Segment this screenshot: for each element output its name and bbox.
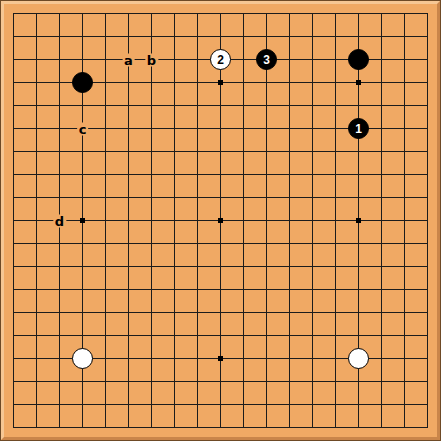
intersection[interactable] (117, 71, 140, 94)
intersection[interactable] (48, 416, 71, 439)
intersection[interactable] (301, 278, 324, 301)
intersection[interactable] (25, 2, 48, 25)
intersection[interactable] (209, 117, 232, 140)
intersection[interactable] (278, 209, 301, 232)
intersection[interactable] (71, 94, 94, 117)
intersection[interactable] (25, 255, 48, 278)
intersection[interactable] (232, 278, 255, 301)
intersection[interactable] (347, 71, 370, 94)
intersection[interactable] (48, 186, 71, 209)
intersection[interactable] (416, 370, 439, 393)
intersection[interactable] (255, 416, 278, 439)
intersection[interactable] (163, 48, 186, 71)
intersection[interactable] (71, 324, 94, 347)
intersection[interactable] (393, 324, 416, 347)
intersection[interactable] (232, 25, 255, 48)
intersection[interactable] (71, 416, 94, 439)
intersection[interactable] (255, 278, 278, 301)
intersection[interactable] (324, 117, 347, 140)
intersection[interactable] (347, 324, 370, 347)
intersection[interactable] (117, 140, 140, 163)
intersection[interactable] (393, 117, 416, 140)
intersection[interactable] (232, 2, 255, 25)
intersection[interactable] (232, 370, 255, 393)
intersection[interactable] (117, 2, 140, 25)
intersection[interactable] (186, 71, 209, 94)
intersection[interactable] (347, 393, 370, 416)
intersection[interactable] (25, 163, 48, 186)
intersection[interactable] (71, 255, 94, 278)
intersection[interactable] (324, 416, 347, 439)
intersection[interactable] (2, 347, 25, 370)
intersection[interactable] (94, 278, 117, 301)
intersection[interactable] (71, 370, 94, 393)
intersection[interactable] (393, 278, 416, 301)
intersection[interactable] (324, 324, 347, 347)
intersection[interactable] (209, 370, 232, 393)
intersection[interactable] (416, 347, 439, 370)
intersection[interactable] (163, 255, 186, 278)
intersection[interactable] (255, 25, 278, 48)
intersection[interactable] (209, 255, 232, 278)
intersection[interactable] (2, 209, 25, 232)
intersection[interactable] (25, 278, 48, 301)
intersection[interactable] (370, 94, 393, 117)
intersection[interactable] (324, 94, 347, 117)
intersection[interactable] (94, 301, 117, 324)
intersection[interactable] (278, 186, 301, 209)
intersection[interactable] (301, 301, 324, 324)
intersection[interactable] (416, 117, 439, 140)
intersection[interactable] (301, 2, 324, 25)
intersection[interactable] (370, 71, 393, 94)
intersection[interactable] (370, 416, 393, 439)
intersection[interactable] (140, 255, 163, 278)
intersection[interactable] (71, 393, 94, 416)
intersection[interactable] (324, 393, 347, 416)
intersection[interactable] (140, 71, 163, 94)
intersection[interactable] (416, 140, 439, 163)
intersection[interactable] (209, 393, 232, 416)
intersection[interactable] (94, 186, 117, 209)
intersection[interactable] (140, 186, 163, 209)
intersection[interactable] (140, 117, 163, 140)
intersection[interactable] (140, 301, 163, 324)
intersection[interactable] (2, 232, 25, 255)
intersection[interactable] (163, 416, 186, 439)
intersection[interactable] (2, 416, 25, 439)
intersection[interactable] (71, 25, 94, 48)
intersection[interactable] (94, 255, 117, 278)
intersection[interactable] (301, 94, 324, 117)
intersection[interactable] (209, 278, 232, 301)
intersection[interactable] (186, 186, 209, 209)
intersection[interactable] (255, 140, 278, 163)
intersection[interactable] (278, 2, 301, 25)
intersection[interactable] (94, 117, 117, 140)
intersection[interactable] (416, 393, 439, 416)
intersection[interactable] (186, 140, 209, 163)
intersection[interactable] (25, 393, 48, 416)
intersection[interactable] (94, 232, 117, 255)
intersection[interactable] (393, 347, 416, 370)
intersection[interactable] (301, 25, 324, 48)
intersection[interactable] (255, 324, 278, 347)
intersection[interactable] (209, 2, 232, 25)
intersection[interactable] (94, 25, 117, 48)
intersection[interactable] (94, 347, 117, 370)
intersection[interactable] (163, 2, 186, 25)
intersection[interactable] (416, 278, 439, 301)
intersection[interactable] (278, 301, 301, 324)
intersection[interactable] (25, 48, 48, 71)
intersection[interactable] (278, 255, 301, 278)
intersection[interactable] (163, 232, 186, 255)
intersection[interactable] (163, 94, 186, 117)
intersection[interactable]: c (71, 117, 94, 140)
intersection[interactable] (278, 117, 301, 140)
intersection[interactable] (2, 71, 25, 94)
intersection[interactable] (324, 25, 347, 48)
intersection[interactable] (232, 186, 255, 209)
intersection[interactable] (278, 393, 301, 416)
intersection[interactable] (278, 94, 301, 117)
intersection[interactable] (416, 186, 439, 209)
intersection[interactable] (370, 278, 393, 301)
intersection[interactable] (232, 393, 255, 416)
intersection[interactable] (232, 163, 255, 186)
intersection[interactable] (186, 301, 209, 324)
intersection[interactable] (140, 2, 163, 25)
intersection[interactable] (347, 2, 370, 25)
intersection[interactable] (278, 370, 301, 393)
intersection[interactable] (232, 48, 255, 71)
intersection[interactable] (2, 25, 25, 48)
intersection[interactable] (186, 347, 209, 370)
intersection[interactable] (255, 347, 278, 370)
intersection[interactable] (71, 2, 94, 25)
intersection[interactable] (347, 163, 370, 186)
intersection[interactable] (94, 2, 117, 25)
intersection[interactable] (232, 416, 255, 439)
intersection[interactable] (186, 393, 209, 416)
intersection[interactable] (232, 140, 255, 163)
intersection[interactable] (2, 301, 25, 324)
intersection[interactable] (71, 71, 94, 94)
intersection[interactable] (370, 255, 393, 278)
intersection[interactable] (324, 209, 347, 232)
intersection[interactable] (140, 163, 163, 186)
intersection[interactable] (347, 347, 370, 370)
intersection[interactable] (301, 232, 324, 255)
intersection[interactable] (2, 117, 25, 140)
intersection[interactable] (301, 209, 324, 232)
intersection[interactable] (117, 163, 140, 186)
intersection[interactable] (163, 209, 186, 232)
intersection[interactable] (2, 94, 25, 117)
intersection[interactable] (255, 117, 278, 140)
intersection[interactable] (25, 232, 48, 255)
intersection[interactable] (117, 347, 140, 370)
intersection[interactable] (232, 324, 255, 347)
intersection[interactable] (255, 232, 278, 255)
intersection[interactable] (324, 347, 347, 370)
intersection[interactable] (232, 71, 255, 94)
intersection[interactable] (347, 94, 370, 117)
intersection[interactable] (186, 48, 209, 71)
intersection[interactable] (278, 324, 301, 347)
intersection[interactable] (209, 71, 232, 94)
intersection[interactable] (186, 2, 209, 25)
intersection[interactable] (393, 71, 416, 94)
intersection[interactable] (186, 117, 209, 140)
intersection[interactable] (301, 117, 324, 140)
intersection[interactable] (140, 347, 163, 370)
intersection[interactable] (94, 163, 117, 186)
intersection[interactable] (71, 140, 94, 163)
intersection[interactable] (140, 140, 163, 163)
intersection[interactable] (209, 140, 232, 163)
intersection[interactable] (416, 71, 439, 94)
intersection[interactable] (301, 370, 324, 393)
intersection[interactable] (94, 209, 117, 232)
intersection[interactable] (347, 48, 370, 71)
intersection[interactable] (416, 2, 439, 25)
intersection[interactable] (71, 48, 94, 71)
intersection[interactable] (209, 324, 232, 347)
intersection[interactable] (232, 94, 255, 117)
intersection[interactable] (117, 255, 140, 278)
intersection[interactable]: a (117, 48, 140, 71)
intersection[interactable] (48, 393, 71, 416)
intersection[interactable] (416, 324, 439, 347)
intersection[interactable] (255, 393, 278, 416)
intersection[interactable] (163, 186, 186, 209)
intersection[interactable] (324, 370, 347, 393)
intersection[interactable] (25, 370, 48, 393)
intersection[interactable] (209, 209, 232, 232)
intersection[interactable] (25, 94, 48, 117)
intersection[interactable] (48, 347, 71, 370)
intersection[interactable] (324, 2, 347, 25)
intersection[interactable] (393, 370, 416, 393)
intersection[interactable] (71, 232, 94, 255)
intersection[interactable]: 3 (255, 48, 278, 71)
intersection[interactable] (25, 25, 48, 48)
intersection[interactable] (94, 416, 117, 439)
intersection[interactable] (48, 25, 71, 48)
intersection[interactable] (209, 347, 232, 370)
intersection[interactable] (347, 278, 370, 301)
intersection[interactable] (186, 232, 209, 255)
intersection[interactable] (301, 163, 324, 186)
intersection[interactable] (163, 71, 186, 94)
intersection[interactable] (301, 255, 324, 278)
intersection[interactable] (48, 324, 71, 347)
intersection[interactable] (347, 416, 370, 439)
intersection[interactable] (209, 25, 232, 48)
intersection[interactable] (71, 278, 94, 301)
intersection[interactable] (370, 186, 393, 209)
intersection[interactable] (301, 71, 324, 94)
intersection[interactable] (255, 186, 278, 209)
intersection[interactable] (48, 117, 71, 140)
intersection[interactable] (25, 416, 48, 439)
intersection[interactable] (416, 416, 439, 439)
intersection[interactable] (117, 94, 140, 117)
intersection[interactable] (94, 393, 117, 416)
intersection[interactable] (163, 163, 186, 186)
intersection[interactable] (2, 255, 25, 278)
intersection[interactable] (163, 347, 186, 370)
intersection[interactable] (140, 278, 163, 301)
intersection[interactable] (232, 347, 255, 370)
intersection[interactable] (347, 232, 370, 255)
intersection[interactable] (25, 117, 48, 140)
intersection[interactable] (209, 94, 232, 117)
intersection[interactable] (71, 163, 94, 186)
intersection[interactable] (48, 232, 71, 255)
intersection[interactable] (140, 94, 163, 117)
intersection[interactable] (232, 209, 255, 232)
intersection[interactable] (278, 347, 301, 370)
intersection[interactable] (71, 347, 94, 370)
intersection[interactable] (416, 232, 439, 255)
intersection[interactable] (25, 71, 48, 94)
intersection[interactable] (255, 370, 278, 393)
intersection[interactable] (278, 278, 301, 301)
intersection[interactable] (25, 209, 48, 232)
intersection[interactable] (209, 232, 232, 255)
intersection[interactable] (232, 255, 255, 278)
intersection[interactable] (117, 278, 140, 301)
intersection[interactable] (370, 2, 393, 25)
intersection[interactable] (209, 301, 232, 324)
intersection[interactable] (48, 370, 71, 393)
intersection[interactable] (324, 278, 347, 301)
intersection[interactable] (140, 324, 163, 347)
intersection[interactable] (393, 140, 416, 163)
intersection[interactable] (94, 140, 117, 163)
intersection[interactable] (186, 94, 209, 117)
intersection[interactable]: 2 (209, 48, 232, 71)
intersection[interactable] (347, 186, 370, 209)
intersection[interactable] (278, 25, 301, 48)
intersection[interactable] (71, 186, 94, 209)
intersection[interactable] (48, 94, 71, 117)
intersection[interactable] (186, 324, 209, 347)
intersection[interactable] (25, 324, 48, 347)
intersection[interactable] (48, 48, 71, 71)
intersection[interactable] (2, 48, 25, 71)
intersection[interactable] (186, 163, 209, 186)
intersection[interactable] (301, 393, 324, 416)
intersection[interactable] (278, 71, 301, 94)
intersection[interactable] (186, 209, 209, 232)
intersection[interactable] (2, 2, 25, 25)
intersection[interactable] (370, 209, 393, 232)
intersection[interactable] (255, 301, 278, 324)
intersection[interactable] (163, 117, 186, 140)
intersection[interactable] (186, 370, 209, 393)
intersection[interactable] (163, 301, 186, 324)
intersection[interactable] (140, 209, 163, 232)
intersection[interactable] (48, 2, 71, 25)
intersection[interactable] (370, 347, 393, 370)
intersection[interactable] (278, 140, 301, 163)
intersection[interactable] (140, 393, 163, 416)
intersection[interactable] (370, 25, 393, 48)
intersection[interactable] (255, 94, 278, 117)
intersection[interactable] (370, 117, 393, 140)
intersection[interactable] (186, 255, 209, 278)
intersection[interactable] (370, 393, 393, 416)
intersection[interactable] (2, 140, 25, 163)
intersection[interactable] (117, 301, 140, 324)
intersection[interactable] (324, 232, 347, 255)
intersection[interactable] (25, 140, 48, 163)
intersection[interactable] (324, 140, 347, 163)
intersection[interactable] (255, 2, 278, 25)
intersection[interactable] (117, 324, 140, 347)
intersection[interactable] (301, 48, 324, 71)
intersection[interactable] (324, 48, 347, 71)
intersection[interactable]: b (140, 48, 163, 71)
intersection[interactable] (163, 278, 186, 301)
intersection[interactable] (48, 278, 71, 301)
intersection[interactable] (163, 140, 186, 163)
intersection[interactable] (416, 209, 439, 232)
intersection[interactable] (48, 301, 71, 324)
intersection[interactable] (324, 71, 347, 94)
intersection[interactable] (25, 186, 48, 209)
intersection[interactable] (48, 71, 71, 94)
intersection[interactable] (186, 278, 209, 301)
intersection[interactable] (255, 71, 278, 94)
intersection[interactable] (25, 347, 48, 370)
intersection[interactable] (370, 370, 393, 393)
intersection[interactable] (117, 232, 140, 255)
intersection[interactable] (370, 301, 393, 324)
intersection[interactable] (347, 25, 370, 48)
intersection[interactable] (393, 163, 416, 186)
intersection[interactable] (2, 163, 25, 186)
intersection[interactable] (209, 416, 232, 439)
intersection[interactable] (301, 347, 324, 370)
intersection[interactable] (48, 140, 71, 163)
intersection[interactable] (416, 163, 439, 186)
intersection[interactable] (416, 301, 439, 324)
intersection[interactable] (393, 209, 416, 232)
intersection[interactable] (117, 186, 140, 209)
intersection[interactable] (347, 255, 370, 278)
intersection[interactable] (186, 416, 209, 439)
intersection[interactable] (94, 71, 117, 94)
intersection[interactable] (48, 255, 71, 278)
intersection[interactable] (301, 324, 324, 347)
intersection[interactable] (416, 48, 439, 71)
intersection[interactable] (140, 370, 163, 393)
intersection[interactable] (393, 255, 416, 278)
intersection[interactable] (370, 48, 393, 71)
intersection[interactable] (393, 94, 416, 117)
intersection[interactable] (347, 370, 370, 393)
intersection[interactable] (117, 25, 140, 48)
intersection[interactable] (393, 393, 416, 416)
intersection[interactable] (163, 370, 186, 393)
intersection[interactable] (2, 370, 25, 393)
intersection[interactable] (324, 255, 347, 278)
